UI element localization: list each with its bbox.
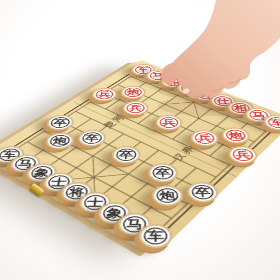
- piece-black-soldier[interactable]: 卒: [72, 127, 111, 150]
- piece-red-soldier[interactable]: 兵: [223, 143, 263, 168]
- piece-red-soldier[interactable]: 兵: [185, 127, 224, 150]
- piece-character: 兵: [197, 134, 212, 142]
- piece-character: 兵: [98, 91, 111, 98]
- hand: [118, 0, 280, 126]
- piece-character: 车: [147, 230, 164, 242]
- piece-black-soldier[interactable]: 卒: [181, 178, 224, 207]
- piece-character: 兵: [235, 150, 251, 159]
- piece-black-cannon[interactable]: 炮: [145, 181, 189, 210]
- piece-character: 卒: [85, 134, 100, 142]
- photo-scene: 楚河 汉界 车马相仕帅仕相马车炮炮兵兵兵兵兵卒卒卒卒卒炮炮车马象士将士象马车: [0, 0, 280, 280]
- piece-character: 炮: [228, 131, 243, 139]
- hand-shadow: [158, 96, 254, 116]
- piece-character: 卒: [194, 187, 211, 197]
- piece-red-cannon[interactable]: 炮: [217, 124, 255, 147]
- piece-black-soldier[interactable]: 卒: [142, 160, 184, 187]
- piece-black-soldier[interactable]: 卒: [106, 143, 146, 168]
- piece-character: 卒: [155, 168, 170, 177]
- piece-character: 卒: [119, 150, 134, 159]
- hand-silhouette: [161, 0, 280, 98]
- piece-character: 卒: [53, 119, 68, 127]
- piece-character: 炮: [159, 190, 175, 200]
- piece-black-soldier[interactable]: 卒: [41, 112, 79, 133]
- piece-red-soldier[interactable]: 兵: [87, 85, 122, 104]
- piece-character: 炮: [52, 137, 68, 145]
- piece-character: 马: [126, 219, 143, 231]
- piece-black-cannon[interactable]: 炮: [40, 129, 80, 152]
